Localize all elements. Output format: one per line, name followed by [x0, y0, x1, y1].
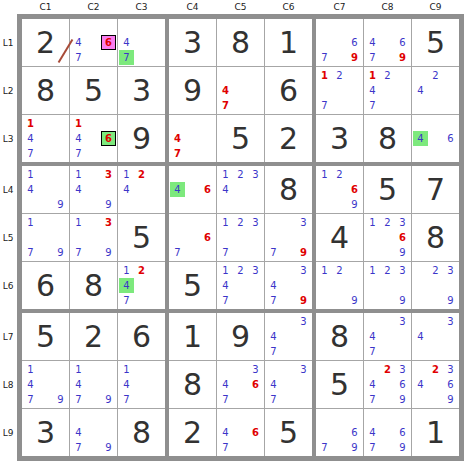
candidate-3[interactable]: 3: [443, 362, 458, 377]
candidate-grid: 679: [317, 20, 362, 65]
candidate-7[interactable]: 7: [71, 392, 86, 407]
cell-L5C5[interactable]: 1237: [217, 214, 264, 261]
column-label-C2: C2: [70, 0, 117, 14]
cell-L3C1[interactable]: 147: [22, 115, 69, 162]
candidate-4[interactable]: 4: [218, 425, 233, 440]
column-label-C5: C5: [217, 0, 264, 14]
cell-L2C7[interactable]: 127: [316, 67, 363, 114]
candidate-grid: 239: [413, 263, 458, 308]
candidate-3[interactable]: 3: [248, 167, 263, 182]
cell-L3C7[interactable]: 3: [316, 115, 363, 162]
solved-digit: 5: [316, 361, 363, 408]
cell-L6C9[interactable]: 239: [412, 262, 459, 309]
candidate-grid: 467: [218, 410, 263, 455]
cell-L4C1[interactable]: 149: [22, 166, 69, 213]
cell-L7C3[interactable]: 6: [118, 313, 165, 360]
candidate-grid: 1467: [71, 116, 116, 161]
candidate-6[interactable]: 6: [347, 182, 362, 197]
candidate-4[interactable]: 4: [365, 83, 380, 98]
box-1: 24674785314714679: [22, 19, 165, 162]
candidate-6[interactable]: 6: [248, 425, 263, 440]
candidate-9[interactable]: 9: [53, 392, 68, 407]
cell-L9C9[interactable]: 1: [412, 409, 459, 456]
cell-L2C5[interactable]: 47: [217, 67, 264, 114]
row-label-L9: L9: [0, 409, 16, 456]
candidate-7[interactable]: 7: [218, 440, 233, 455]
candidate-9[interactable]: 9: [347, 197, 362, 212]
candidate-9[interactable]: 9: [101, 392, 116, 407]
candidate-9[interactable]: 9: [53, 197, 68, 212]
candidate-7[interactable]: 7: [71, 245, 86, 260]
candidate-7[interactable]: 7: [266, 392, 281, 407]
candidate-grid: 46: [170, 167, 215, 212]
candidate-9[interactable]: 9: [296, 245, 311, 260]
candidate-9[interactable]: 9: [395, 440, 410, 455]
candidate-2[interactable]: 2: [380, 215, 395, 230]
solved-digit: 3: [316, 115, 363, 162]
candidate-2[interactable]: 2: [332, 167, 347, 182]
candidate-3[interactable]: 3: [395, 263, 410, 278]
candidate-1[interactable]: 1: [23, 362, 38, 377]
candidate-4-green-highlight[interactable]: 4: [170, 182, 185, 197]
candidate-grid: 46: [413, 116, 458, 161]
candidate-4[interactable]: 4: [170, 131, 185, 146]
column-label-C8: C8: [364, 0, 411, 14]
candidate-9[interactable]: 9: [443, 293, 458, 308]
solved-digit: 8: [118, 409, 165, 456]
cell-L8C8[interactable]: 234679: [364, 361, 411, 408]
cell-L8C7[interactable]: 5: [316, 361, 363, 408]
cell-L6C4[interactable]: 5: [169, 262, 216, 309]
candidate-7[interactable]: 7: [170, 146, 185, 161]
candidate-4[interactable]: 4: [266, 278, 281, 293]
box-3: 679467951271247243846: [316, 19, 459, 162]
candidate-9[interactable]: 9: [395, 392, 410, 407]
cell-L3C3[interactable]: 9: [118, 115, 165, 162]
candidate-1[interactable]: 1: [71, 215, 86, 230]
cell-L3C5[interactable]: 5: [217, 115, 264, 162]
candidate-4[interactable]: 4: [413, 83, 428, 98]
candidate-2[interactable]: 2: [134, 263, 149, 278]
cell-L4C9[interactable]: 7: [412, 166, 459, 213]
candidate-7[interactable]: 7: [23, 245, 38, 260]
candidate-4[interactable]: 4: [218, 278, 233, 293]
candidate-1[interactable]: 1: [71, 362, 86, 377]
candidate-grid: 127: [317, 68, 362, 113]
candidate-2[interactable]: 2: [428, 68, 443, 83]
solved-digit: 8: [364, 115, 411, 162]
candidate-2[interactable]: 2: [380, 263, 395, 278]
candidate-6[interactable]: 6: [200, 230, 215, 245]
candidate-3[interactable]: 3: [395, 314, 410, 329]
cell-L8C9[interactable]: 23469: [412, 361, 459, 408]
candidate-3[interactable]: 3: [443, 314, 458, 329]
candidate-4[interactable]: 4: [119, 182, 134, 197]
candidate-7[interactable]: 7: [71, 50, 86, 65]
candidate-grid: 379: [266, 215, 311, 260]
candidate-9[interactable]: 9: [347, 440, 362, 455]
candidate-7[interactable]: 7: [170, 245, 185, 260]
candidate-4[interactable]: 4: [365, 425, 380, 440]
cell-L1C6[interactable]: 1: [265, 19, 312, 66]
cell-L3C9[interactable]: 46: [412, 115, 459, 162]
candidate-4[interactable]: 4: [71, 182, 86, 197]
candidate-6[interactable]: 6: [443, 131, 458, 146]
candidate-grid: 24: [413, 68, 458, 113]
candidate-7[interactable]: 7: [365, 344, 380, 359]
candidate-4-green-highlight[interactable]: 4: [413, 131, 428, 146]
cell-L9C5[interactable]: 467: [217, 409, 264, 456]
candidate-grid: 4679: [365, 410, 410, 455]
candidate-6[interactable]: 6: [248, 377, 263, 392]
candidate-3[interactable]: 3: [101, 167, 116, 182]
cell-L6C8[interactable]: 1239: [364, 262, 411, 309]
candidate-3[interactable]: 3: [395, 362, 410, 377]
cell-L4C3[interactable]: 124: [118, 166, 165, 213]
cell-L6C5[interactable]: 12347: [217, 262, 264, 309]
column-label-C3: C3: [118, 0, 165, 14]
cell-L6C3[interactable]: 1247: [118, 262, 165, 309]
candidate-6[interactable]: 6: [347, 425, 362, 440]
candidate-2[interactable]: 2: [233, 167, 248, 182]
cell-L2C4[interactable]: 9: [169, 67, 216, 114]
candidate-grid: 12347: [218, 263, 263, 308]
cell-L8C5[interactable]: 3467: [217, 361, 264, 408]
cell-L1C8[interactable]: 4679: [364, 19, 411, 66]
candidate-4[interactable]: 4: [218, 182, 233, 197]
cell-L5C1[interactable]: 179: [22, 214, 69, 261]
candidate-3[interactable]: 3: [443, 263, 458, 278]
solved-digit: 3: [118, 67, 165, 114]
cell-L8C4[interactable]: 8: [169, 361, 216, 408]
candidate-6[interactable]: 6: [395, 35, 410, 50]
solved-digit: 8: [265, 166, 312, 213]
cell-L5C9[interactable]: 8: [412, 214, 459, 261]
cell-L7C6[interactable]: 347: [265, 313, 312, 360]
cell-L9C4[interactable]: 2: [169, 409, 216, 456]
cell-L2C1[interactable]: 8: [22, 67, 69, 114]
cell-L2C2[interactable]: 5: [70, 67, 117, 114]
cell-L9C1[interactable]: 3: [22, 409, 69, 456]
cell-L7C2[interactable]: 2: [70, 313, 117, 360]
cell-L9C2[interactable]: 479: [70, 409, 117, 456]
candidate-7[interactable]: 7: [71, 440, 86, 455]
candidate-grid: 4679: [365, 20, 410, 65]
cell-L9C6[interactable]: 5: [265, 409, 312, 456]
candidate-1[interactable]: 1: [218, 167, 233, 182]
cell-L5C7[interactable]: 4: [316, 214, 363, 261]
row-label-L7: L7: [0, 313, 16, 360]
cell-L8C1[interactable]: 1479: [22, 361, 69, 408]
candidate-grid: 124: [119, 167, 164, 212]
box-2: 38194764752: [169, 19, 312, 162]
candidate-grid: 47: [119, 20, 164, 65]
candidate-1[interactable]: 1: [23, 167, 38, 182]
candidate-2[interactable]: 2: [332, 68, 347, 83]
cell-L9C8[interactable]: 4679: [364, 409, 411, 456]
candidate-1[interactable]: 1: [317, 68, 332, 83]
candidate-grid: 129: [317, 263, 362, 308]
candidate-3[interactable]: 3: [101, 215, 116, 230]
candidate-4[interactable]: 4: [23, 377, 38, 392]
cell-L5C3[interactable]: 5: [118, 214, 165, 261]
candidate-grid: 347: [266, 314, 311, 359]
row-label-L6: L6: [0, 262, 16, 309]
row-label-L5: L5: [0, 214, 16, 261]
cell-L1C9[interactable]: 5: [412, 19, 459, 66]
candidate-6[interactable]: 6: [200, 182, 215, 197]
cell-L1C2[interactable]: 467: [70, 19, 117, 66]
candidate-4[interactable]: 4: [365, 329, 380, 344]
cell-L6C6[interactable]: 3479: [265, 262, 312, 309]
solved-digit: 4: [316, 214, 363, 261]
cell-L7C1[interactable]: 5: [22, 313, 69, 360]
candidate-6-green-highlight[interactable]: 6: [101, 131, 116, 146]
candidate-6[interactable]: 6: [443, 377, 458, 392]
candidate-4[interactable]: 4: [413, 329, 428, 344]
cell-L9C7[interactable]: 679: [316, 409, 363, 456]
candidate-9[interactable]: 9: [443, 392, 458, 407]
candidate-7[interactable]: 7: [317, 98, 332, 113]
cell-L3C4[interactable]: 47: [169, 115, 216, 162]
candidate-7[interactable]: 7: [266, 293, 281, 308]
candidate-4[interactable]: 4: [218, 83, 233, 98]
candidate-4[interactable]: 4: [218, 377, 233, 392]
candidate-7[interactable]: 7: [317, 50, 332, 65]
candidate-9[interactable]: 9: [347, 50, 362, 65]
candidate-7[interactable]: 7: [119, 293, 134, 308]
cell-L3C2[interactable]: 1467: [70, 115, 117, 162]
candidate-7[interactable]: 7: [266, 344, 281, 359]
candidate-2[interactable]: 2: [380, 68, 395, 83]
candidate-2[interactable]: 2: [134, 167, 149, 182]
solved-digit: 5: [22, 313, 69, 360]
candidate-3[interactable]: 3: [296, 263, 311, 278]
cell-L9C3[interactable]: 8: [118, 409, 165, 456]
solved-digit: 9: [217, 313, 264, 360]
candidate-1[interactable]: 1: [23, 116, 38, 131]
solved-digit: 5: [364, 166, 411, 213]
cell-L8C3[interactable]: 147: [118, 361, 165, 408]
solved-digit: 5: [217, 115, 264, 162]
column-label-C4: C4: [169, 0, 216, 14]
candidate-6[interactable]: 6: [395, 377, 410, 392]
solved-digit: 1: [265, 19, 312, 66]
cell-L5C2[interactable]: 1379: [70, 214, 117, 261]
candidate-1[interactable]: 1: [218, 263, 233, 278]
candidate-9[interactable]: 9: [101, 245, 116, 260]
candidate-7[interactable]: 7: [218, 245, 233, 260]
cell-L5C4[interactable]: 67: [169, 214, 216, 261]
candidate-1[interactable]: 1: [365, 263, 380, 278]
candidate-grid: 3479: [266, 263, 311, 308]
candidate-1[interactable]: 1: [317, 263, 332, 278]
candidate-grid: 1479: [71, 362, 116, 407]
candidate-7[interactable]: 7: [218, 98, 233, 113]
cell-L1C5[interactable]: 8: [217, 19, 264, 66]
cell-L2C3[interactable]: 3: [118, 67, 165, 114]
candidate-grid: 1269: [317, 167, 362, 212]
candidate-4[interactable]: 4: [71, 425, 86, 440]
candidate-9[interactable]: 9: [395, 293, 410, 308]
candidate-grid: 234679: [365, 362, 410, 407]
cell-L8C2[interactable]: 1479: [70, 361, 117, 408]
candidate-1[interactable]: 1: [119, 263, 134, 278]
solved-digit: 5: [118, 214, 165, 261]
candidate-7[interactable]: 7: [365, 440, 380, 455]
cell-L8C6[interactable]: 347: [265, 361, 312, 408]
cell-L3C6[interactable]: 2: [265, 115, 312, 162]
candidate-4[interactable]: 4: [119, 35, 134, 50]
cell-L6C1[interactable]: 6: [22, 262, 69, 309]
candidate-1[interactable]: 1: [119, 362, 134, 377]
candidate-7[interactable]: 7: [365, 50, 380, 65]
candidate-7[interactable]: 7: [23, 146, 38, 161]
row-label-L8: L8: [0, 361, 16, 408]
candidate-4[interactable]: 4: [365, 35, 380, 50]
solved-digit: 8: [316, 313, 363, 360]
solved-digit: 5: [265, 409, 312, 456]
candidate-1[interactable]: 1: [317, 167, 332, 182]
candidate-4[interactable]: 4: [119, 377, 134, 392]
candidate-9[interactable]: 9: [296, 293, 311, 308]
candidate-1[interactable]: 1: [119, 167, 134, 182]
solved-digit: 6: [22, 262, 69, 309]
candidate-4[interactable]: 4: [266, 329, 281, 344]
row-labels: L1L2L3L4L5L6L7L8L9: [0, 14, 17, 461]
candidate-9[interactable]: 9: [347, 293, 362, 308]
row-label-L2: L2: [0, 67, 16, 114]
candidate-grid: 1234: [218, 167, 263, 212]
candidate-3[interactable]: 3: [248, 215, 263, 230]
cell-L4C2[interactable]: 1349: [70, 166, 117, 213]
candidate-7[interactable]: 7: [365, 392, 380, 407]
candidate-1[interactable]: 1: [365, 215, 380, 230]
candidate-2[interactable]: 2: [332, 263, 347, 278]
cell-L3C8[interactable]: 8: [364, 115, 411, 162]
candidate-3[interactable]: 3: [296, 314, 311, 329]
candidate-4-green-highlight[interactable]: 4: [119, 278, 134, 293]
column-label-C9: C9: [412, 0, 459, 14]
candidate-9[interactable]: 9: [395, 245, 410, 260]
candidate-grid: 3467: [218, 362, 263, 407]
candidate-6[interactable]: 6: [395, 230, 410, 245]
cell-L4C4[interactable]: 46: [169, 166, 216, 213]
candidate-4[interactable]: 4: [71, 131, 86, 146]
candidate-grid: 679: [317, 410, 362, 455]
candidate-3[interactable]: 3: [395, 215, 410, 230]
candidate-4[interactable]: 4: [71, 377, 86, 392]
candidate-9[interactable]: 9: [53, 245, 68, 260]
cell-L6C2[interactable]: 8: [70, 262, 117, 309]
candidate-1[interactable]: 1: [71, 167, 86, 182]
candidate-4[interactable]: 4: [365, 377, 380, 392]
candidate-7[interactable]: 7: [365, 98, 380, 113]
cell-L7C8[interactable]: 347: [364, 313, 411, 360]
column-label-C1: C1: [22, 0, 69, 14]
candidate-4[interactable]: 4: [23, 131, 38, 146]
candidate-4[interactable]: 4: [413, 377, 428, 392]
candidate-4[interactable]: 4: [71, 35, 86, 50]
candidate-1[interactable]: 1: [218, 215, 233, 230]
candidate-2[interactable]: 2: [428, 263, 443, 278]
cell-L7C7[interactable]: 8: [316, 313, 363, 360]
candidate-grid: 12369: [365, 215, 410, 260]
cell-L5C8[interactable]: 12369: [364, 214, 411, 261]
candidate-6[interactable]: 6: [395, 425, 410, 440]
candidate-4[interactable]: 4: [266, 377, 281, 392]
solved-digit: 8: [169, 361, 216, 408]
candidate-2[interactable]: 2: [428, 362, 443, 377]
cell-L4C5[interactable]: 1234: [217, 166, 264, 213]
candidate-grid: 467: [71, 20, 116, 65]
cell-L1C3[interactable]: 47: [118, 19, 165, 66]
solved-digit: 8: [22, 67, 69, 114]
candidate-2[interactable]: 2: [233, 215, 248, 230]
candidate-7[interactable]: 7: [71, 146, 86, 161]
cell-L7C5[interactable]: 9: [217, 313, 264, 360]
cell-L4C8[interactable]: 5: [364, 166, 411, 213]
candidate-7[interactable]: 7: [119, 392, 134, 407]
candidate-9[interactable]: 9: [395, 50, 410, 65]
cell-L1C4[interactable]: 3: [169, 19, 216, 66]
cell-L1C7[interactable]: 679: [316, 19, 363, 66]
candidate-7[interactable]: 7: [23, 392, 38, 407]
box-4: 149134912417913795681247: [22, 166, 165, 309]
candidate-3[interactable]: 3: [248, 362, 263, 377]
candidate-7[interactable]: 7: [218, 293, 233, 308]
candidate-3[interactable]: 3: [296, 362, 311, 377]
candidate-3[interactable]: 3: [296, 215, 311, 230]
cell-L7C4[interactable]: 1: [169, 313, 216, 360]
candidate-7[interactable]: 7: [317, 440, 332, 455]
cell-L2C6[interactable]: 6: [265, 67, 312, 114]
candidate-1[interactable]: 1: [365, 68, 380, 83]
candidate-grid: 1247: [119, 263, 164, 308]
candidate-3[interactable]: 3: [248, 263, 263, 278]
candidate-1[interactable]: 1: [71, 116, 86, 131]
cell-L6C7[interactable]: 129: [316, 262, 363, 309]
solved-digit: 9: [118, 115, 165, 162]
cell-L2C9[interactable]: 24: [412, 67, 459, 114]
cell-L4C7[interactable]: 1269: [316, 166, 363, 213]
cell-L2C8[interactable]: 1247: [364, 67, 411, 114]
cell-L7C9[interactable]: 34: [412, 313, 459, 360]
solved-digit: 1: [169, 313, 216, 360]
candidate-4[interactable]: 4: [23, 182, 38, 197]
candidate-7[interactable]: 7: [218, 392, 233, 407]
candidate-1[interactable]: 1: [23, 215, 38, 230]
column-label-C6: C6: [265, 0, 312, 14]
candidate-2[interactable]: 2: [233, 263, 248, 278]
candidate-grid: 479: [71, 410, 116, 455]
box-9: 83473452346792346967946791: [316, 313, 459, 456]
candidate-grid: 1237: [218, 215, 263, 260]
cell-L5C6[interactable]: 379: [265, 214, 312, 261]
candidate-6[interactable]: 6: [347, 35, 362, 50]
candidate-2[interactable]: 2: [380, 362, 395, 377]
solved-digit: 8: [217, 19, 264, 66]
candidate-9[interactable]: 9: [101, 440, 116, 455]
candidate-9[interactable]: 9: [101, 197, 116, 212]
candidate-grid: 347: [266, 362, 311, 407]
candidate-7[interactable]: 7: [266, 245, 281, 260]
candidate-7-green-highlight[interactable]: 7: [119, 50, 134, 65]
candidate-6-pink-highlight[interactable]: 6: [101, 35, 116, 50]
cell-L1C1[interactable]: 2: [22, 19, 69, 66]
cell-L4C6[interactable]: 8: [265, 166, 312, 213]
solved-digit: 3: [169, 19, 216, 66]
